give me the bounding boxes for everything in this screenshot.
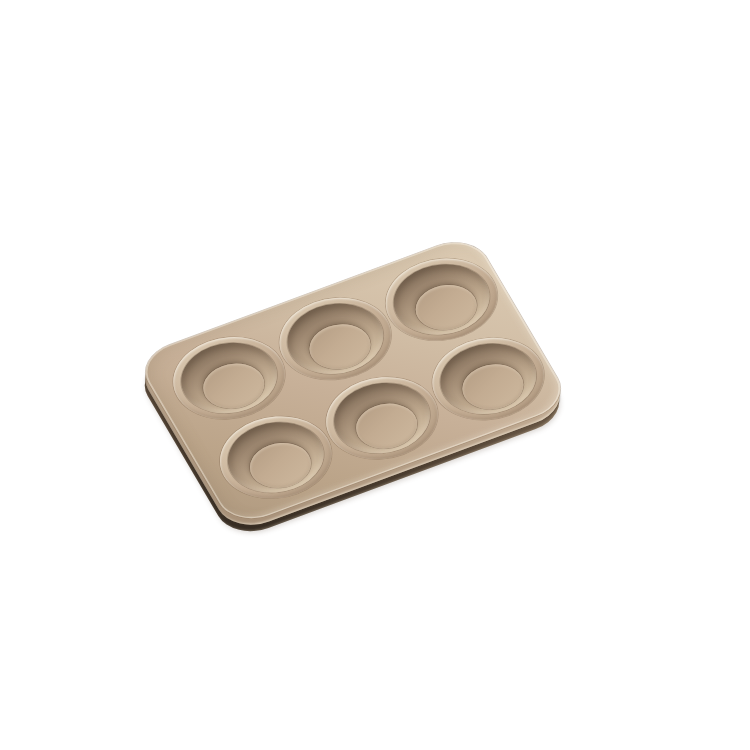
- muffin-cup-floor: [347, 396, 427, 457]
- muffin-cup-floor: [406, 277, 486, 338]
- muffin-cup-floor: [194, 356, 274, 417]
- muffin-cup-well: [379, 252, 504, 347]
- muffin-cup-well: [273, 291, 398, 386]
- product-photo: [0, 0, 750, 750]
- muffin-cup-floor: [241, 435, 321, 496]
- muffin-cup-well: [213, 410, 338, 505]
- muffin-cup-floor: [300, 316, 380, 377]
- muffin-cup-well: [166, 331, 291, 426]
- muffin-cup-floor: [453, 356, 533, 417]
- muffin-cup-well: [319, 371, 444, 466]
- muffin-cup-well: [426, 331, 551, 426]
